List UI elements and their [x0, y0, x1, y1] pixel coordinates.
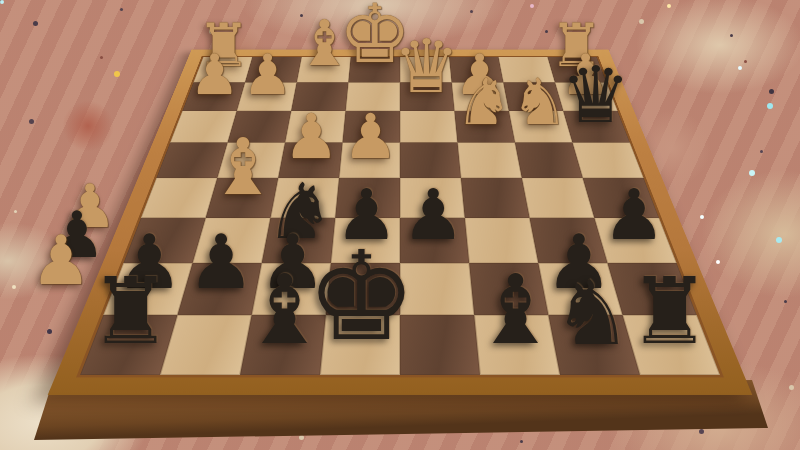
piece-black-bishop-c8[interactable]: ♝ [472, 262, 558, 358]
square-b5[interactable] [522, 178, 595, 218]
square-c5[interactable] [461, 178, 530, 218]
photo-scene: ♜♞♝♚♝♜♟♟♟♟♟♟♟♞♝♟♟♛♞♞♟♟♛♟♟♜♚♝♜♟♟♟ [0, 0, 800, 450]
square-d3[interactable] [400, 111, 457, 143]
piece-black-knight-b8[interactable]: ♞ [553, 269, 633, 358]
piece-white-pawn-captured[interactable]: ♟ [31, 227, 92, 295]
piece-black-bishop-f8[interactable]: ♝ [241, 262, 327, 358]
square-h5[interactable] [141, 178, 217, 218]
piece-white-bishop-f1[interactable]: ♝ [296, 12, 352, 75]
piece-white-knight-b3[interactable]: ♞ [511, 70, 568, 134]
piece-white-pawn-g2[interactable]: ♟ [242, 47, 292, 103]
piece-white-pawn-e4[interactable]: ♟ [343, 106, 399, 168]
piece-black-rook-h8[interactable]: ♜ [89, 266, 171, 358]
piece-white-queen-d2[interactable]: ♛ [393, 29, 459, 103]
square-a4[interactable] [572, 142, 643, 177]
piece-white-pawn-h2[interactable]: ♟ [189, 47, 239, 103]
square-d4[interactable] [400, 142, 461, 177]
piece-black-rook-a8[interactable]: ♜ [628, 266, 710, 358]
piece-white-knight-c3[interactable]: ♞ [455, 70, 512, 134]
square-b4[interactable] [515, 142, 583, 177]
square-g8[interactable] [160, 315, 252, 375]
piece-black-queen-a3[interactable]: ♛ [561, 56, 631, 134]
piece-white-pawn-f4[interactable]: ♟ [283, 106, 339, 168]
confetti-sparkles [0, 0, 4, 4]
square-c4[interactable] [457, 142, 521, 177]
